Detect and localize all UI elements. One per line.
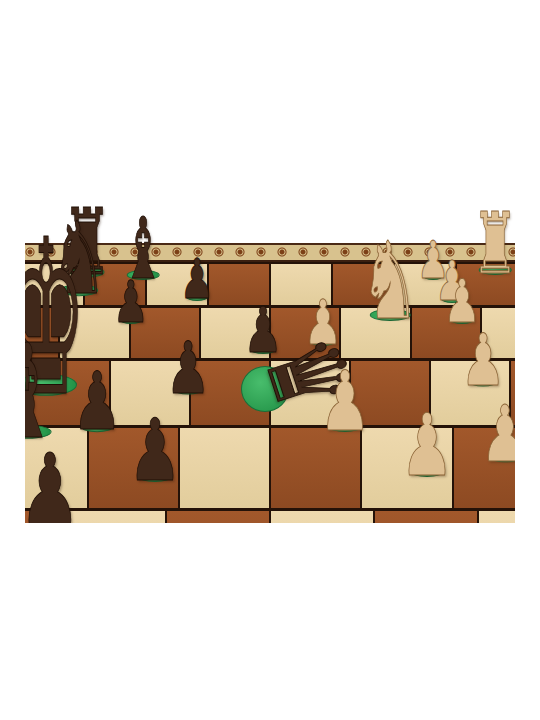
- white-pawn-glyph: ♟: [460, 324, 505, 396]
- black-pawn-glyph: ♟: [113, 273, 149, 331]
- white-pawn-glyph: ♟: [319, 360, 371, 443]
- white-knight-glyph: ♞: [360, 228, 419, 335]
- black-pawn-glyph: ♟: [72, 362, 122, 442]
- black-pawn-glyph: ♟: [180, 252, 215, 307]
- black-pawn-glyph: ♟: [165, 332, 210, 404]
- black-pawn-glyph: ♟: [25, 441, 81, 523]
- white-pawn-glyph: ♟: [481, 395, 515, 473]
- white-pawn-glyph: ♟: [400, 402, 454, 488]
- chess-set-photo: ♜♝♞♚♝♟♟♟♟♟♟♟♛♜♟♞♟♟♟♟♟♟♟: [0, 0, 540, 720]
- black-pawn-glyph: ♟: [128, 407, 182, 493]
- pieces-layer: ♜♝♞♚♝♟♟♟♟♟♟♟♛♜♟♞♟♟♟♟♟♟♟: [25, 190, 515, 523]
